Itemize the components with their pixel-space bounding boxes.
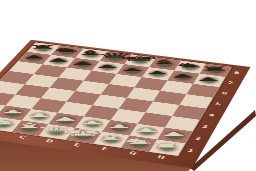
- square-g2[interactable]: ♟: [130, 124, 165, 140]
- piece-shadow: [124, 137, 154, 150]
- piece-white-N[interactable]: ♞: [100, 138, 177, 145]
- piece-shadow: [97, 133, 127, 146]
- piece-white-R[interactable]: ♜: [127, 142, 205, 149]
- square-e1[interactable]: ♚: [66, 128, 102, 144]
- square-c1[interactable]: ♝: [12, 120, 48, 135]
- piece-shadow: [69, 129, 99, 142]
- piece-white-K[interactable]: ♚: [45, 128, 121, 137]
- piece-shadow: [160, 129, 189, 142]
- square-e3[interactable]: [84, 105, 119, 120]
- piece-shadow: [133, 125, 162, 138]
- square-g4[interactable]: [145, 101, 179, 116]
- felt-base: [58, 117, 75, 124]
- felt-base: [0, 121, 12, 128]
- felt-base: [103, 136, 120, 144]
- square-c3[interactable]: [31, 98, 66, 113]
- square-h5[interactable]: [179, 94, 212, 108]
- felt-base: [48, 128, 65, 135]
- piece-shadow: [42, 125, 72, 138]
- piece-shadow: [105, 121, 134, 134]
- felt-base: [159, 144, 176, 152]
- piece-white-B[interactable]: ♝: [0, 122, 67, 130]
- felt-base: [167, 132, 184, 139]
- felt-base: [139, 128, 156, 135]
- square-f1[interactable]: ♝: [93, 132, 129, 148]
- square-h1[interactable]: ♜: [149, 139, 185, 155]
- piece-black-P[interactable]: ♟: [173, 77, 244, 82]
- felt-base: [31, 113, 48, 120]
- square-d2[interactable]: ♟: [48, 113, 84, 128]
- chess-board: ♜♞♝♛♚♝♞♜♟♟♟♟♟♟♟♟♟♟♟♟♟♟♟♟♜♞♝♛♚♝♞♜ ABCDEFG…: [0, 40, 250, 169]
- square-g3[interactable]: [138, 112, 173, 127]
- piece-white-P[interactable]: ♟: [108, 128, 184, 133]
- square-h4[interactable]: [172, 105, 206, 120]
- square-e4[interactable]: [93, 94, 127, 108]
- piece-white-P[interactable]: ♟: [136, 131, 212, 136]
- square-f5[interactable]: [127, 87, 161, 101]
- board-grid: ♜♞♝♛♚♝♞♜♟♟♟♟♟♟♟♟♟♟♟♟♟♟♟♟♜♞♝♛♚♝♞♜: [0, 43, 231, 156]
- square-h3[interactable]: [165, 116, 200, 131]
- piece-shadow: [78, 118, 107, 131]
- square-g5[interactable]: [153, 91, 186, 105]
- square-c2[interactable]: ♟: [22, 109, 58, 124]
- felt-base: [131, 140, 148, 148]
- chess-photo: ♜♞♝♛♚♝♞♜♟♟♟♟♟♟♟♟♟♟♟♟♟♟♟♟♜♞♝♛♚♝♞♜ ABCDEFG…: [0, 0, 256, 171]
- piece-shadow: [51, 114, 80, 126]
- felt-base: [22, 124, 39, 131]
- square-f2[interactable]: ♟: [102, 120, 137, 135]
- square-h2[interactable]: ♟: [157, 128, 192, 144]
- square-d3[interactable]: [58, 102, 93, 117]
- piece-white-Q[interactable]: ♛: [18, 125, 94, 133]
- piece-white-B[interactable]: ♝: [72, 133, 149, 141]
- piece-shadow: [0, 118, 19, 131]
- scene: ♜♞♝♛♚♝♞♜♟♟♟♟♟♟♟♟♟♟♟♟♟♟♟♟♜♞♝♛♚♝♞♜ ABCDEFG…: [0, 0, 256, 171]
- felt-base: [112, 124, 129, 131]
- felt-base: [76, 132, 93, 139]
- square-f3[interactable]: [111, 109, 146, 124]
- square-b1[interactable]: ♞: [0, 117, 22, 132]
- piece-white-P[interactable]: ♟: [54, 120, 129, 125]
- piece-shadow: [152, 141, 182, 154]
- square-f4[interactable]: [119, 98, 153, 112]
- piece-white-N[interactable]: ♞: [0, 119, 40, 126]
- square-g1[interactable]: ♞: [121, 136, 157, 152]
